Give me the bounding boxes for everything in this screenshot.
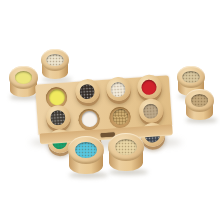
cylinder-piece-dark-fur[interactable] bbox=[74, 78, 100, 104]
texture-pad-beige-sand bbox=[182, 71, 199, 84]
texture-pad-cream-felt bbox=[46, 54, 63, 67]
texture-pad-cream-pebble bbox=[110, 81, 126, 97]
loose-cylinder-turquoise-sand[interactable] bbox=[68, 136, 104, 176]
loose-cylinder-cream-felt[interactable] bbox=[41, 49, 69, 80]
cylinder-top bbox=[177, 66, 205, 88]
cylinder-piece-cream-pebble[interactable] bbox=[105, 76, 131, 102]
loose-cylinder-beige-sand[interactable] bbox=[108, 133, 144, 173]
cylinder-top bbox=[185, 89, 214, 112]
texture-pad-dark-fur bbox=[79, 83, 95, 99]
board-cell-r1-c3[interactable] bbox=[102, 80, 135, 106]
loose-cylinder-tan-sand[interactable] bbox=[185, 89, 214, 121]
texture-pad-yellow-felt bbox=[48, 89, 65, 106]
texture-pad-red-felt bbox=[141, 79, 157, 95]
texture-pad-turquoise-sand bbox=[75, 142, 97, 158]
texture-recess-tan-weave[interactable] bbox=[109, 106, 131, 128]
loose-cylinder-yellow-felt[interactable] bbox=[9, 66, 38, 98]
cylinder-top bbox=[41, 49, 69, 71]
cylinder-piece-gray-tweed[interactable] bbox=[138, 98, 164, 124]
texture-pad-tan-weave bbox=[111, 108, 128, 125]
cylinder-top bbox=[9, 66, 38, 89]
texture-pad-gray-tweed bbox=[143, 103, 159, 119]
texture-pad-white-felt bbox=[81, 111, 98, 128]
sensory-board bbox=[35, 75, 173, 145]
product-photo-stage bbox=[0, 0, 220, 220]
texture-pad-black-granite bbox=[50, 109, 66, 125]
texture-pad-tan-sand bbox=[191, 94, 209, 107]
cylinder-piece-red-felt[interactable] bbox=[136, 74, 162, 100]
board-cell-r2-c3[interactable] bbox=[104, 104, 137, 130]
cylinder-piece-black-granite[interactable] bbox=[45, 104, 71, 130]
texture-pad-beige-sand bbox=[115, 139, 137, 155]
board-cell-r2-c2[interactable] bbox=[73, 106, 106, 132]
texture-recess-white-felt[interactable] bbox=[78, 108, 100, 130]
texture-pad-yellow-felt bbox=[15, 71, 33, 84]
board-cell-r1-c2[interactable] bbox=[71, 82, 104, 108]
